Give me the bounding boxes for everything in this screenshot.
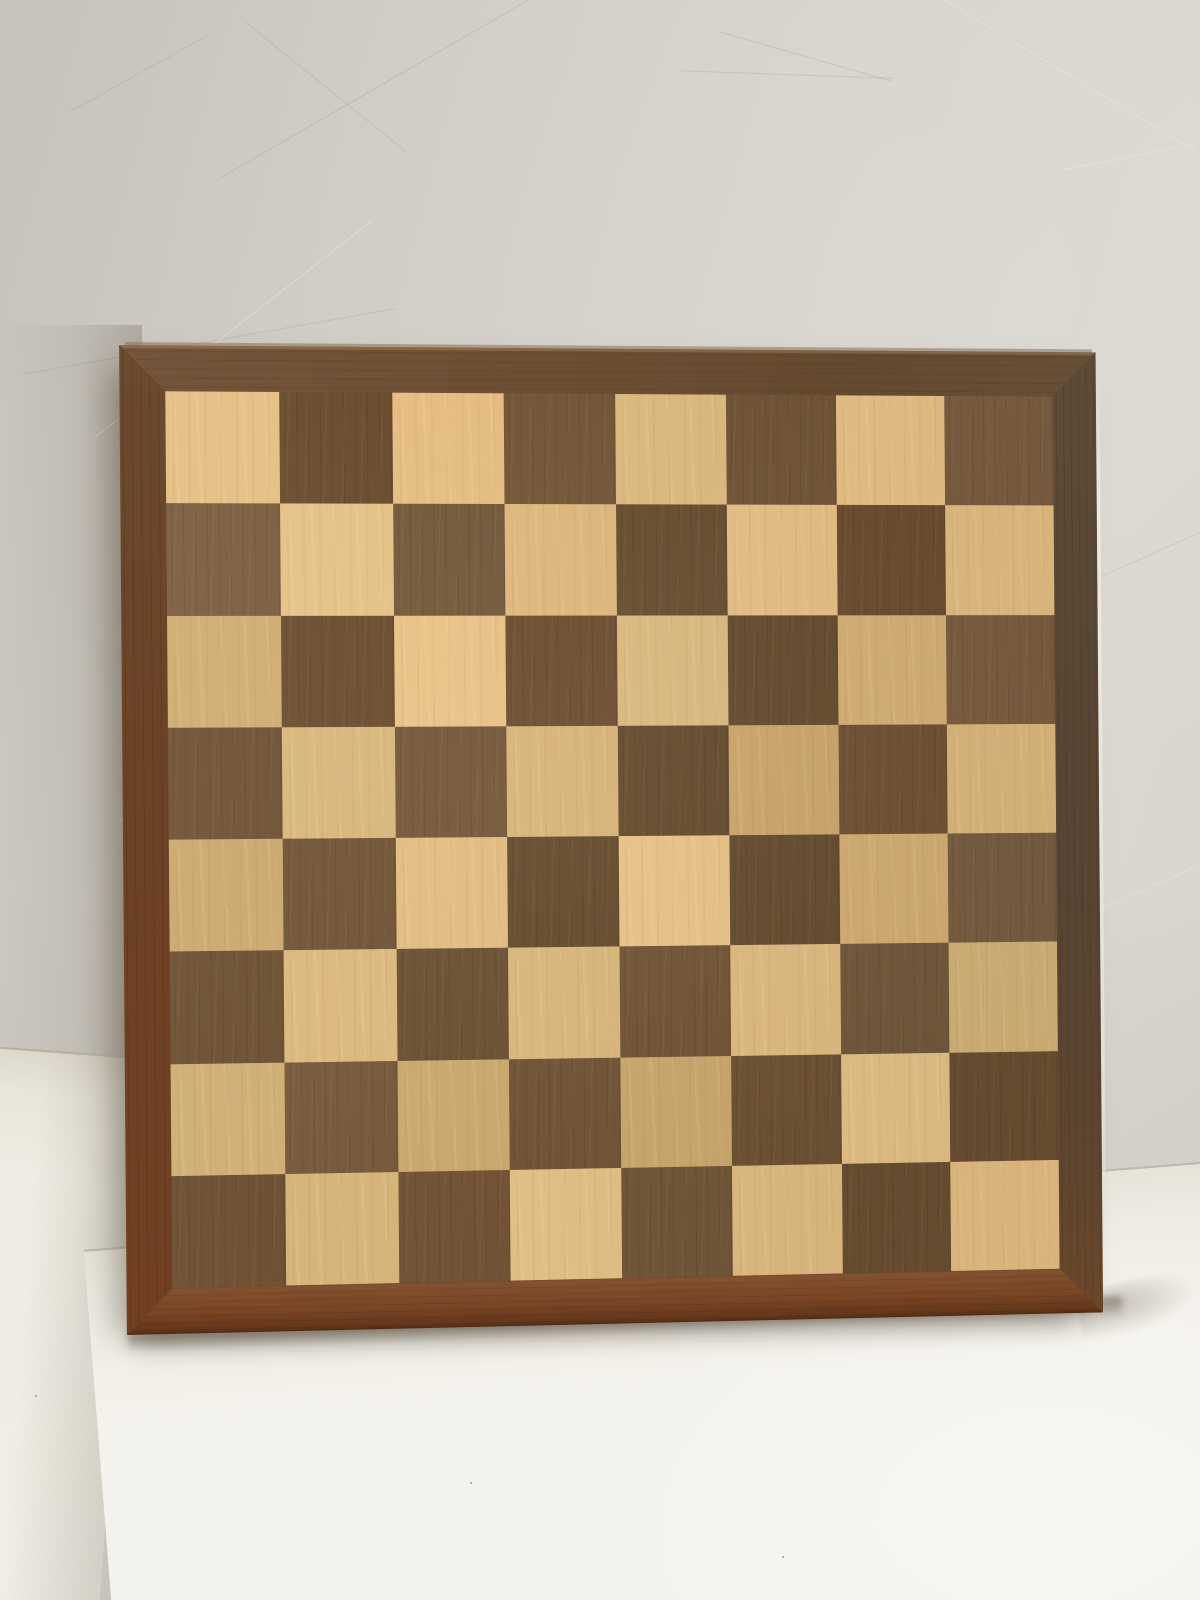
square-d4[interactable] bbox=[507, 836, 619, 948]
square-b4[interactable] bbox=[282, 838, 396, 951]
square-a3[interactable] bbox=[170, 950, 285, 1063]
square-h5[interactable] bbox=[947, 724, 1056, 834]
square-d7[interactable] bbox=[505, 504, 617, 615]
square-h4[interactable] bbox=[948, 833, 1057, 943]
square-f7[interactable] bbox=[727, 505, 838, 615]
square-b7[interactable] bbox=[280, 504, 394, 616]
square-e7[interactable] bbox=[616, 505, 727, 616]
square-b1[interactable] bbox=[285, 1172, 399, 1286]
square-f1[interactable] bbox=[732, 1164, 843, 1276]
square-b6[interactable] bbox=[281, 615, 395, 727]
square-h3[interactable] bbox=[949, 942, 1058, 1053]
square-f3[interactable] bbox=[730, 944, 841, 1055]
square-d2[interactable] bbox=[509, 1057, 621, 1170]
square-c5[interactable] bbox=[394, 726, 507, 838]
square-g7[interactable] bbox=[836, 505, 946, 615]
square-c4[interactable] bbox=[395, 837, 508, 949]
frame-top bbox=[119, 345, 1096, 397]
square-g1[interactable] bbox=[841, 1162, 951, 1274]
square-b5[interactable] bbox=[282, 727, 396, 839]
square-c6[interactable] bbox=[394, 615, 507, 726]
speck bbox=[782, 1556, 784, 1558]
square-a5[interactable] bbox=[168, 727, 283, 840]
square-c7[interactable] bbox=[393, 504, 506, 615]
square-b2[interactable] bbox=[284, 1060, 398, 1173]
square-a1[interactable] bbox=[171, 1174, 286, 1288]
square-d3[interactable] bbox=[508, 947, 620, 1059]
square-g6[interactable] bbox=[837, 615, 947, 725]
square-f5[interactable] bbox=[728, 725, 839, 836]
square-a4[interactable] bbox=[169, 839, 284, 952]
frame-left bbox=[119, 345, 173, 1335]
square-c1[interactable] bbox=[398, 1170, 511, 1283]
speck bbox=[470, 1482, 472, 1484]
square-f8[interactable] bbox=[726, 395, 837, 505]
square-e2[interactable] bbox=[620, 1056, 731, 1168]
square-d8[interactable] bbox=[504, 393, 616, 504]
chess-board[interactable] bbox=[119, 345, 1103, 1335]
square-e3[interactable] bbox=[620, 945, 731, 1057]
square-h2[interactable] bbox=[950, 1051, 1059, 1162]
square-b8[interactable] bbox=[279, 392, 393, 504]
square-f2[interactable] bbox=[731, 1054, 842, 1166]
square-g5[interactable] bbox=[838, 724, 948, 834]
square-e6[interactable] bbox=[617, 615, 728, 726]
square-e5[interactable] bbox=[618, 725, 729, 836]
square-d6[interactable] bbox=[506, 615, 618, 726]
square-a7[interactable] bbox=[166, 503, 281, 615]
square-g8[interactable] bbox=[835, 395, 945, 505]
scene bbox=[0, 0, 1200, 1600]
square-a2[interactable] bbox=[171, 1062, 286, 1176]
square-f6[interactable] bbox=[727, 615, 838, 725]
square-d5[interactable] bbox=[506, 726, 618, 837]
square-h7[interactable] bbox=[945, 505, 1054, 614]
board-squares bbox=[165, 391, 1059, 1288]
square-e4[interactable] bbox=[619, 835, 730, 946]
speck bbox=[35, 1395, 37, 1397]
square-h1[interactable] bbox=[950, 1160, 1059, 1271]
square-b3[interactable] bbox=[283, 949, 397, 1062]
square-g2[interactable] bbox=[841, 1052, 951, 1163]
square-f4[interactable] bbox=[729, 834, 840, 945]
square-h6[interactable] bbox=[946, 615, 1055, 724]
frame-right bbox=[1052, 352, 1103, 1313]
square-e8[interactable] bbox=[615, 394, 726, 505]
square-d1[interactable] bbox=[510, 1168, 622, 1281]
square-a6[interactable] bbox=[167, 615, 282, 727]
square-g3[interactable] bbox=[840, 943, 950, 1054]
square-e1[interactable] bbox=[621, 1166, 732, 1279]
square-c8[interactable] bbox=[392, 393, 505, 505]
square-c3[interactable] bbox=[396, 948, 509, 1061]
square-g4[interactable] bbox=[839, 834, 949, 945]
square-h8[interactable] bbox=[944, 396, 1053, 506]
square-a8[interactable] bbox=[165, 391, 280, 503]
square-c2[interactable] bbox=[397, 1059, 510, 1172]
